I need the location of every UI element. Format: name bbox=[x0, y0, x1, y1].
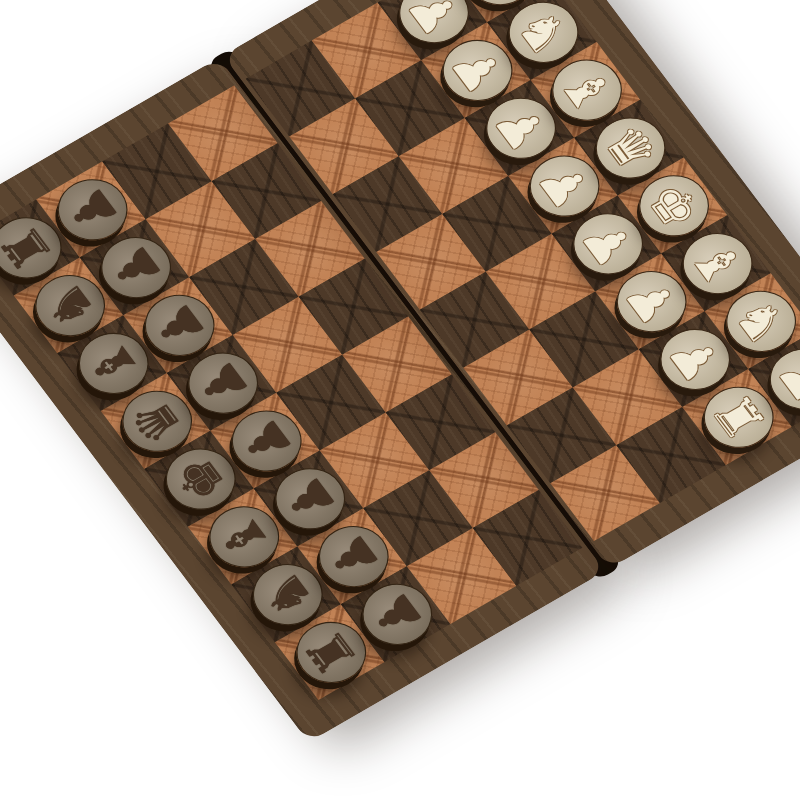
chess-board: ♜♞♝♛♚♝♞♜♟♟♟♟♟♟♟♟♟♟♟♟♟♟♟♜♜♞♝♛♚♝♞♟ bbox=[0, 0, 800, 742]
king-glyph: ♚ bbox=[639, 175, 710, 236]
knight-glyph: ♞ bbox=[252, 564, 323, 625]
queen-glyph: ♛ bbox=[122, 391, 193, 452]
king-glyph: ♚ bbox=[165, 449, 236, 510]
pawn-glyph: ♟ bbox=[101, 237, 172, 298]
pawn-glyph: ♟ bbox=[275, 468, 346, 529]
pawn-glyph: ♟ bbox=[573, 213, 644, 274]
knight-glyph: ♞ bbox=[726, 291, 797, 352]
pawn-glyph: ♟ bbox=[616, 271, 687, 332]
knight-glyph: ♞ bbox=[508, 2, 579, 63]
pawn-glyph: ♟ bbox=[188, 353, 259, 414]
pawn-glyph: ♟ bbox=[529, 156, 600, 217]
photo-backdrop: ♜♞♝♛♚♝♞♜♟♟♟♟♟♟♟♟♟♟♟♟♟♟♟♜♜♞♝♛♚♝♞♟ bbox=[0, 0, 800, 800]
pawn-glyph: ♟ bbox=[144, 295, 215, 356]
pawn-glyph: ♟ bbox=[660, 329, 731, 390]
queen-glyph: ♛ bbox=[595, 118, 666, 179]
bishop-glyph: ♝ bbox=[78, 333, 149, 394]
knight-glyph: ♞ bbox=[35, 275, 106, 336]
pawn-glyph: ♟ bbox=[57, 179, 128, 240]
pawn-glyph: ♟ bbox=[362, 584, 433, 645]
pawn-glyph: ♟ bbox=[442, 40, 513, 101]
bishop-glyph: ♝ bbox=[552, 60, 623, 121]
pawn-glyph: ♟ bbox=[486, 98, 557, 159]
rook-glyph: ♜ bbox=[703, 387, 774, 448]
bishop-glyph: ♝ bbox=[682, 233, 753, 294]
rook-glyph: ♜ bbox=[296, 622, 367, 683]
pawn-glyph: ♟ bbox=[231, 411, 302, 472]
pawn-glyph: ♟ bbox=[318, 526, 389, 587]
bishop-glyph: ♝ bbox=[209, 506, 280, 567]
